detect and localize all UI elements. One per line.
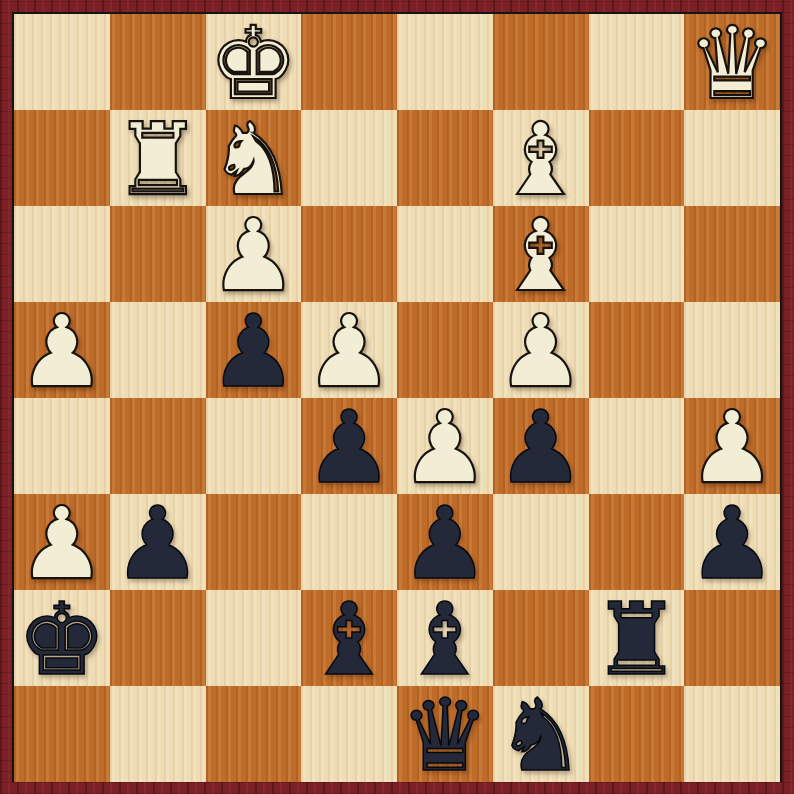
piece-black-pawn-h3[interactable]: ♟	[687, 496, 777, 592]
square-e8[interactable]	[397, 14, 493, 110]
square-a4[interactable]	[14, 398, 110, 494]
square-b2[interactable]	[110, 590, 206, 686]
square-e1[interactable]: ♛	[397, 686, 493, 782]
piece-black-pawn-c5[interactable]: ♟	[209, 304, 299, 400]
square-g5[interactable]	[589, 302, 685, 398]
square-a3[interactable]: ♟	[14, 494, 110, 590]
square-c3[interactable]	[206, 494, 302, 590]
square-c7[interactable]: ♞	[206, 110, 302, 206]
square-c1[interactable]	[206, 686, 302, 782]
piece-white-knight-c7[interactable]: ♞	[209, 112, 299, 208]
square-f6[interactable]: ♝	[493, 206, 589, 302]
square-b1[interactable]	[110, 686, 206, 782]
square-d8[interactable]	[301, 14, 397, 110]
square-e7[interactable]	[397, 110, 493, 206]
square-d2[interactable]: ♝	[301, 590, 397, 686]
square-d1[interactable]	[301, 686, 397, 782]
piece-white-bishop-f6[interactable]: ♝	[496, 208, 586, 304]
square-d3[interactable]	[301, 494, 397, 590]
square-f5[interactable]: ♟	[493, 302, 589, 398]
chess-board: ♚♛♜♞♝♟♝♟♟♟♟♟♟♟♟♟♟♟♟♚♝♝♜♛♞	[12, 12, 782, 782]
square-h3[interactable]: ♟	[684, 494, 780, 590]
square-g1[interactable]	[589, 686, 685, 782]
square-f4[interactable]: ♟	[493, 398, 589, 494]
piece-black-king-a2[interactable]: ♚	[17, 592, 107, 688]
square-h8[interactable]: ♛	[684, 14, 780, 110]
square-h2[interactable]	[684, 590, 780, 686]
square-b6[interactable]	[110, 206, 206, 302]
piece-black-pawn-f4[interactable]: ♟	[496, 400, 586, 496]
square-h6[interactable]	[684, 206, 780, 302]
square-c8[interactable]: ♚	[206, 14, 302, 110]
piece-white-pawn-e4[interactable]: ♟	[400, 400, 490, 496]
square-a6[interactable]	[14, 206, 110, 302]
square-h1[interactable]	[684, 686, 780, 782]
square-b3[interactable]: ♟	[110, 494, 206, 590]
square-h4[interactable]: ♟	[684, 398, 780, 494]
chess-board-frame: ♚♛♜♞♝♟♝♟♟♟♟♟♟♟♟♟♟♟♟♚♝♝♜♛♞	[0, 0, 794, 794]
square-g2[interactable]: ♜	[589, 590, 685, 686]
square-c4[interactable]	[206, 398, 302, 494]
square-c2[interactable]	[206, 590, 302, 686]
square-f3[interactable]	[493, 494, 589, 590]
piece-white-bishop-f7[interactable]: ♝	[496, 112, 586, 208]
square-a5[interactable]: ♟	[14, 302, 110, 398]
piece-black-bishop-e2[interactable]: ♝	[400, 592, 490, 688]
piece-black-queen-e1[interactable]: ♛	[400, 688, 490, 784]
piece-white-pawn-c6[interactable]: ♟	[209, 208, 299, 304]
square-a2[interactable]: ♚	[14, 590, 110, 686]
piece-black-pawn-d4[interactable]: ♟	[304, 400, 394, 496]
square-e4[interactable]: ♟	[397, 398, 493, 494]
square-f7[interactable]: ♝	[493, 110, 589, 206]
square-g8[interactable]	[589, 14, 685, 110]
square-c5[interactable]: ♟	[206, 302, 302, 398]
piece-white-king-c8[interactable]: ♚	[209, 16, 299, 112]
square-d4[interactable]: ♟	[301, 398, 397, 494]
square-h7[interactable]	[684, 110, 780, 206]
square-d7[interactable]	[301, 110, 397, 206]
square-b7[interactable]: ♜	[110, 110, 206, 206]
square-g4[interactable]	[589, 398, 685, 494]
square-e2[interactable]: ♝	[397, 590, 493, 686]
piece-white-pawn-a3[interactable]: ♟	[17, 496, 107, 592]
square-d5[interactable]: ♟	[301, 302, 397, 398]
piece-black-pawn-b3[interactable]: ♟	[113, 496, 203, 592]
square-f2[interactable]	[493, 590, 589, 686]
square-b8[interactable]	[110, 14, 206, 110]
piece-white-queen-h8[interactable]: ♛	[687, 16, 777, 112]
square-f1[interactable]: ♞	[493, 686, 589, 782]
square-a1[interactable]	[14, 686, 110, 782]
square-c6[interactable]: ♟	[206, 206, 302, 302]
square-b5[interactable]	[110, 302, 206, 398]
square-h5[interactable]	[684, 302, 780, 398]
piece-white-pawn-a5[interactable]: ♟	[17, 304, 107, 400]
square-e6[interactable]	[397, 206, 493, 302]
square-e3[interactable]: ♟	[397, 494, 493, 590]
piece-black-pawn-e3[interactable]: ♟	[400, 496, 490, 592]
square-f8[interactable]	[493, 14, 589, 110]
piece-white-pawn-f5[interactable]: ♟	[496, 304, 586, 400]
piece-white-pawn-d5[interactable]: ♟	[304, 304, 394, 400]
piece-white-rook-b7[interactable]: ♜	[113, 112, 203, 208]
square-g3[interactable]	[589, 494, 685, 590]
square-d6[interactable]	[301, 206, 397, 302]
piece-black-bishop-d2[interactable]: ♝	[304, 592, 394, 688]
square-a8[interactable]	[14, 14, 110, 110]
square-b4[interactable]	[110, 398, 206, 494]
square-g7[interactable]	[589, 110, 685, 206]
square-a7[interactable]	[14, 110, 110, 206]
square-g6[interactable]	[589, 206, 685, 302]
square-e5[interactable]	[397, 302, 493, 398]
piece-black-rook-g2[interactable]: ♜	[592, 592, 682, 688]
piece-white-pawn-h4[interactable]: ♟	[687, 400, 777, 496]
piece-black-knight-f1[interactable]: ♞	[496, 688, 586, 784]
